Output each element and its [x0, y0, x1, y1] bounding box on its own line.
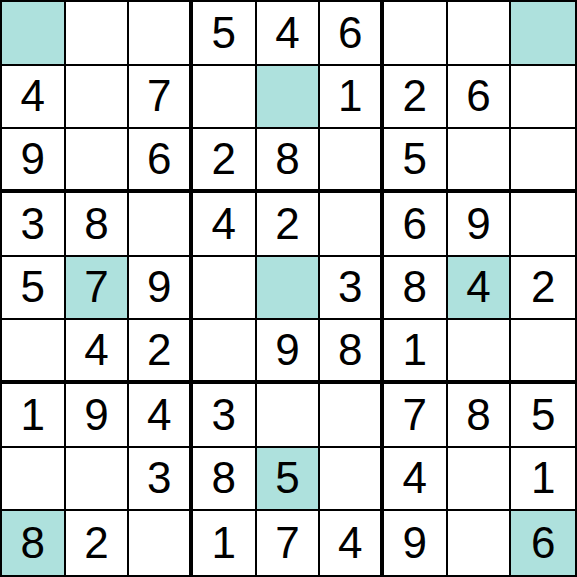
cell-r2c6[interactable]: 1 [320, 66, 384, 130]
cell-r4c8[interactable]: 9 [448, 193, 512, 257]
cell-r5c7[interactable]: 8 [384, 257, 448, 321]
cell-r5c4[interactable] [193, 257, 257, 321]
cell-r8c4[interactable]: 8 [193, 448, 257, 512]
cell-r5c2[interactable]: 7 [66, 257, 130, 321]
cell-r5c8[interactable]: 4 [448, 257, 512, 321]
cell-r6c6[interactable]: 8 [320, 320, 384, 384]
cell-r7c8[interactable]: 8 [448, 384, 512, 448]
cell-r4c1[interactable]: 3 [2, 193, 66, 257]
cell-r1c5[interactable]: 4 [257, 2, 321, 66]
cell-r7c3[interactable]: 4 [129, 384, 193, 448]
cell-r6c1[interactable] [2, 320, 66, 384]
cell-r8c3[interactable]: 3 [129, 448, 193, 512]
cell-r9c5[interactable]: 7 [257, 511, 321, 575]
cell-r1c6[interactable]: 6 [320, 2, 384, 66]
cell-r7c4[interactable]: 3 [193, 384, 257, 448]
cell-r6c3[interactable]: 2 [129, 320, 193, 384]
cell-r9c3[interactable] [129, 511, 193, 575]
cell-r3c9[interactable] [511, 129, 575, 193]
cell-r3c2[interactable] [66, 129, 130, 193]
cell-r4c2[interactable]: 8 [66, 193, 130, 257]
cell-r5c9[interactable]: 2 [511, 257, 575, 321]
cell-r8c7[interactable]: 4 [384, 448, 448, 512]
cell-r6c7[interactable]: 1 [384, 320, 448, 384]
cell-r1c1[interactable] [2, 2, 66, 66]
cell-r7c6[interactable] [320, 384, 384, 448]
cell-r9c2[interactable]: 2 [66, 511, 130, 575]
cell-r5c6[interactable]: 3 [320, 257, 384, 321]
cell-r7c2[interactable]: 9 [66, 384, 130, 448]
cell-r2c5[interactable] [257, 66, 321, 130]
cell-r2c7[interactable]: 2 [384, 66, 448, 130]
cell-r2c4[interactable] [193, 66, 257, 130]
cell-r3c5[interactable]: 8 [257, 129, 321, 193]
cell-r4c6[interactable] [320, 193, 384, 257]
cell-r2c2[interactable] [66, 66, 130, 130]
cell-r4c3[interactable] [129, 193, 193, 257]
cell-r4c7[interactable]: 6 [384, 193, 448, 257]
cell-r2c1[interactable]: 4 [2, 66, 66, 130]
cell-r1c2[interactable] [66, 2, 130, 66]
cell-r1c4[interactable]: 5 [193, 2, 257, 66]
cell-r2c3[interactable]: 7 [129, 66, 193, 130]
cell-r8c6[interactable] [320, 448, 384, 512]
cell-r9c1[interactable]: 8 [2, 511, 66, 575]
cell-r8c9[interactable]: 1 [511, 448, 575, 512]
cell-r7c5[interactable] [257, 384, 321, 448]
cell-r3c7[interactable]: 5 [384, 129, 448, 193]
cell-r4c5[interactable]: 2 [257, 193, 321, 257]
cell-r9c6[interactable]: 4 [320, 511, 384, 575]
cell-r2c8[interactable]: 6 [448, 66, 512, 130]
cell-r1c9[interactable] [511, 2, 575, 66]
cell-r8c2[interactable] [66, 448, 130, 512]
cell-r9c8[interactable] [448, 511, 512, 575]
cell-r3c4[interactable]: 2 [193, 129, 257, 193]
sudoku-puzzle: 5464712696285384269579384242981194378538… [0, 0, 577, 577]
cell-r1c7[interactable] [384, 2, 448, 66]
cell-r6c5[interactable]: 9 [257, 320, 321, 384]
cell-r1c8[interactable] [448, 2, 512, 66]
cell-r6c9[interactable] [511, 320, 575, 384]
cell-r5c1[interactable]: 5 [2, 257, 66, 321]
cell-r5c3[interactable]: 9 [129, 257, 193, 321]
cell-r4c9[interactable] [511, 193, 575, 257]
cell-r9c7[interactable]: 9 [384, 511, 448, 575]
cell-r8c1[interactable] [2, 448, 66, 512]
cell-r6c4[interactable] [193, 320, 257, 384]
cell-r6c2[interactable]: 4 [66, 320, 130, 384]
cell-r8c8[interactable] [448, 448, 512, 512]
cell-r3c3[interactable]: 6 [129, 129, 193, 193]
cell-r7c7[interactable]: 7 [384, 384, 448, 448]
cell-r7c1[interactable]: 1 [2, 384, 66, 448]
cell-r4c4[interactable]: 4 [193, 193, 257, 257]
cell-r6c8[interactable] [448, 320, 512, 384]
cell-r8c5[interactable]: 5 [257, 448, 321, 512]
cell-r3c6[interactable] [320, 129, 384, 193]
cell-r5c5[interactable] [257, 257, 321, 321]
sudoku-board: 5464712696285384269579384242981194378538… [0, 0, 577, 577]
cell-r3c1[interactable]: 9 [2, 129, 66, 193]
cell-r9c9[interactable]: 6 [511, 511, 575, 575]
cell-r9c4[interactable]: 1 [193, 511, 257, 575]
cell-r2c9[interactable] [511, 66, 575, 130]
cell-r3c8[interactable] [448, 129, 512, 193]
cell-r7c9[interactable]: 5 [511, 384, 575, 448]
cell-r1c3[interactable] [129, 2, 193, 66]
